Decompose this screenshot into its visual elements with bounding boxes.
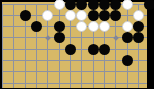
grid-line-vertical <box>127 4 128 89</box>
black-stone[interactable] <box>88 44 99 55</box>
black-stone[interactable] <box>110 10 121 21</box>
white-stone[interactable] <box>122 21 133 32</box>
grid-line-vertical <box>2 4 3 89</box>
black-stone[interactable] <box>54 32 65 43</box>
black-stone[interactable] <box>133 32 144 43</box>
black-stone[interactable] <box>88 0 99 10</box>
black-stone[interactable] <box>20 10 31 21</box>
black-stone[interactable] <box>76 0 87 10</box>
white-stone[interactable] <box>76 21 87 32</box>
white-stone[interactable] <box>122 0 133 10</box>
black-stone[interactable] <box>31 21 42 32</box>
grid-line-horizontal <box>2 49 154 50</box>
grid-line-vertical <box>13 4 14 89</box>
star-point <box>113 35 119 41</box>
black-stone[interactable] <box>110 0 121 10</box>
black-stone[interactable] <box>65 0 76 10</box>
black-stone[interactable] <box>144 0 154 10</box>
black-stone[interactable] <box>99 0 110 10</box>
board-frame-left <box>0 0 2 88</box>
black-stone[interactable] <box>133 21 144 32</box>
white-stone[interactable] <box>76 10 87 21</box>
grid-line-vertical <box>36 4 37 89</box>
white-stone[interactable] <box>133 10 144 21</box>
white-stone[interactable] <box>54 0 65 10</box>
black-stone[interactable] <box>54 21 65 32</box>
white-stone[interactable] <box>99 21 110 32</box>
black-stone[interactable] <box>122 55 133 66</box>
grid-line-vertical <box>59 4 60 89</box>
black-stone[interactable] <box>99 44 110 55</box>
black-stone[interactable] <box>65 44 76 55</box>
white-stone[interactable] <box>88 21 99 32</box>
black-stone[interactable] <box>88 10 99 21</box>
grid-line-horizontal <box>2 71 154 72</box>
star-point <box>45 35 51 41</box>
black-stone[interactable] <box>122 32 133 43</box>
grid-line-horizontal <box>2 83 154 84</box>
white-stone[interactable] <box>65 10 76 21</box>
white-stone[interactable] <box>42 10 53 21</box>
black-stone[interactable] <box>99 10 110 21</box>
go-board[interactable] <box>0 0 154 88</box>
board-frame-right <box>147 0 154 88</box>
